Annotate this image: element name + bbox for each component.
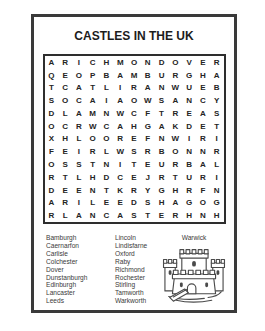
grid-cell[interactable]: O (86, 133, 100, 146)
grid-cell[interactable]: A (141, 82, 155, 95)
grid-cell[interactable]: R (113, 133, 127, 146)
grid-cell[interactable]: K (113, 184, 127, 197)
grid-cell[interactable]: W (141, 94, 155, 107)
grid-cell[interactable]: R (210, 145, 224, 158)
grid-cell[interactable]: D (182, 120, 196, 133)
grid-cell[interactable]: U (155, 158, 169, 171)
grid-cell[interactable]: A (168, 94, 182, 107)
grid-cell[interactable]: E (127, 133, 141, 146)
grid-cell[interactable]: E (196, 56, 210, 69)
grid-cell[interactable]: T (155, 107, 169, 120)
grid-cell[interactable]: A (113, 94, 127, 107)
grid-cell[interactable]: L (100, 82, 114, 95)
grid-cell[interactable]: E (141, 158, 155, 171)
grid-cell[interactable]: I (72, 196, 86, 209)
grid-cell[interactable]: M (86, 107, 100, 120)
grid-cell[interactable]: N (155, 82, 169, 95)
grid-cell[interactable]: C (86, 56, 100, 69)
grid-cell[interactable]: E (155, 209, 169, 222)
grid-cell[interactable]: H (182, 209, 196, 222)
word-list-item: Oxford (115, 250, 160, 258)
grid-cell[interactable]: N (196, 209, 210, 222)
grid-cell[interactable]: O (196, 196, 210, 209)
grid-cell[interactable]: D (45, 107, 59, 120)
grid-cell[interactable]: O (168, 145, 182, 158)
grid-cell[interactable]: O (127, 56, 141, 69)
grid-cell[interactable]: Y (210, 94, 224, 107)
grid-cell[interactable]: T (58, 171, 72, 184)
grid-cell[interactable]: O (168, 56, 182, 69)
grid-cell[interactable]: D (155, 56, 169, 69)
word-list-item: Tamworth (115, 289, 160, 297)
grid-cell[interactable]: A (155, 120, 169, 133)
grid-cell[interactable]: S (45, 94, 59, 107)
grid-cell[interactable]: N (155, 133, 169, 146)
grid-cell[interactable]: R (196, 171, 210, 184)
grid-cell[interactable]: D (100, 171, 114, 184)
grid-cell[interactable]: A (45, 196, 59, 209)
word-list-item: Warkworth (115, 297, 160, 305)
grid-cell[interactable]: N (100, 107, 114, 120)
grid-cell[interactable]: T (100, 184, 114, 197)
grid-cell[interactable]: F (141, 107, 155, 120)
grid-cell[interactable]: I (113, 82, 127, 95)
grid-cell[interactable]: T (127, 158, 141, 171)
grid-cell[interactable]: G (182, 196, 196, 209)
grid-cell[interactable]: A (196, 107, 210, 120)
grid-cell[interactable]: S (210, 107, 224, 120)
grid-cell[interactable]: N (86, 184, 100, 197)
grid-cell[interactable]: G (182, 69, 196, 82)
grid-cell[interactable]: G (141, 120, 155, 133)
puzzle-card: CASTLES IN THE UK ARICHMONDOVERQEOPBAMBU… (31, 14, 237, 313)
grid-cell[interactable]: L (72, 171, 86, 184)
word-list-item: Bamburgh (46, 234, 115, 242)
grid-cell[interactable]: W (113, 107, 127, 120)
grid-cell[interactable]: W (86, 120, 100, 133)
grid-cell[interactable]: A (113, 209, 127, 222)
grid-cell[interactable]: C (196, 94, 210, 107)
grid-cell[interactable]: I (210, 133, 224, 146)
grid-cell[interactable]: R (168, 209, 182, 222)
grid-cell[interactable]: O (127, 94, 141, 107)
word-list-item: Carlisle (46, 250, 115, 258)
grid-cell[interactable]: S (155, 94, 169, 107)
grid-cell[interactable]: R (196, 133, 210, 146)
grid-cell[interactable]: R (155, 171, 169, 184)
word-list-item: Dunstanburgh (46, 274, 115, 282)
grid-cell[interactable]: R (210, 56, 224, 69)
grid-cell[interactable]: R (45, 209, 59, 222)
grid-cell[interactable]: S (58, 158, 72, 171)
grid-cell[interactable]: W (113, 145, 127, 158)
grid-cell[interactable]: S (72, 158, 86, 171)
grid-cell[interactable]: R (86, 145, 100, 158)
castle-illustration (160, 244, 228, 304)
grid-cell[interactable]: U (155, 69, 169, 82)
grid-cell[interactable]: B (155, 145, 169, 158)
grid-cell[interactable]: N (100, 158, 114, 171)
word-list-col2: LincolnLindisfarneOxfordRabyRichmondRoch… (115, 234, 160, 305)
grid-cell[interactable]: C (58, 82, 72, 95)
grid-cell[interactable]: K (168, 120, 182, 133)
grid-cell[interactable]: O (100, 133, 114, 146)
grid-cell[interactable]: H (100, 56, 114, 69)
word-search-grid: ARICHMONDOVERQEOPBAMBURGHATCATLIRANWUEBS… (45, 56, 224, 222)
grid-cell[interactable]: B (141, 69, 155, 82)
grid-cell[interactable]: E (72, 184, 86, 197)
grid-cell[interactable]: I (113, 158, 127, 171)
grid-cell[interactable]: R (168, 158, 182, 171)
grid-cell[interactable]: M (127, 69, 141, 82)
grid-frame: ARICHMONDOVERQEOPBAMBURGHATCATLIRANWUEBS… (43, 54, 226, 224)
grid-cell[interactable]: R (58, 56, 72, 69)
word-list-item: Stirling (115, 281, 160, 289)
grid-cell[interactable]: D (45, 184, 59, 197)
grid-cell[interactable]: N (141, 56, 155, 69)
word-list-item: Lincoln (115, 234, 160, 242)
grid-cell[interactable]: I (182, 133, 196, 146)
word-list-item: Caernarfon (46, 242, 115, 250)
grid-cell[interactable]: C (113, 171, 127, 184)
grid-cell[interactable]: S (127, 209, 141, 222)
grid-cell[interactable]: J (141, 171, 155, 184)
word-list-item: Lindisfarne (115, 242, 160, 250)
grid-cell[interactable]: E (58, 184, 72, 197)
grid-cell[interactable]: I (72, 145, 86, 158)
grid-cell[interactable]: W (168, 133, 182, 146)
grid-cell[interactable]: W (168, 82, 182, 95)
grid-cell[interactable]: A (72, 209, 86, 222)
grid-cell[interactable]: B (182, 158, 196, 171)
grid-cell[interactable]: F (45, 145, 59, 158)
grid-cell[interactable]: L (210, 158, 224, 171)
grid-cell[interactable]: B (210, 82, 224, 95)
grid-cell[interactable]: O (45, 120, 59, 133)
grid-cell[interactable]: L (58, 209, 72, 222)
grid-cell[interactable]: C (127, 107, 141, 120)
grid-cell[interactable]: N (210, 184, 224, 197)
grid-cell[interactable]: S (141, 196, 155, 209)
word-list-item: Richmond (115, 266, 160, 274)
word-list-item: Colchester (46, 258, 115, 266)
grid-cell[interactable]: U (182, 171, 196, 184)
grid-cell[interactable]: A (45, 56, 59, 69)
grid-cell[interactable]: R (127, 184, 141, 197)
grid-cell[interactable]: L (72, 133, 86, 146)
word-list-item: Rochester (115, 274, 160, 282)
grid-cell[interactable]: P (86, 69, 100, 82)
grid-cell[interactable]: H (196, 69, 210, 82)
grid-cell[interactable]: X (45, 133, 59, 146)
grid-cell[interactable]: E (127, 171, 141, 184)
grid-cell[interactable]: T (45, 82, 59, 95)
grid-cell[interactable]: E (58, 69, 72, 82)
grid-cell[interactable]: A (86, 94, 100, 107)
grid-cell[interactable]: H (210, 209, 224, 222)
word-list-item: Raby (115, 258, 160, 266)
grid-cell[interactable]: N (182, 94, 196, 107)
grid-cell[interactable]: C (100, 120, 114, 133)
grid-cell[interactable]: N (196, 145, 210, 158)
grid-cell[interactable]: T (86, 82, 100, 95)
word-list-item: Edinburgh (46, 281, 115, 289)
word-list-item: Dover (46, 266, 115, 274)
grid-cell[interactable]: N (86, 209, 100, 222)
grid-cell[interactable]: R (58, 196, 72, 209)
grid-cell[interactable]: A (113, 120, 127, 133)
grid-cell[interactable]: L (100, 145, 114, 158)
grid-cell[interactable]: I (100, 94, 114, 107)
grid-cell[interactable]: C (100, 209, 114, 222)
grid-cell[interactable]: V (182, 56, 196, 69)
grid-cell[interactable]: L (86, 196, 100, 209)
grid-cell[interactable]: E (196, 82, 210, 95)
grid-cell[interactable]: D (127, 196, 141, 209)
grid-cell[interactable]: M (113, 56, 127, 69)
word-list-col1: BamburghCaernarfonCarlisleColchesterDove… (46, 234, 115, 305)
grid-cell[interactable]: T (86, 158, 100, 171)
grid-cell[interactable]: H (155, 196, 169, 209)
word-list: BamburghCaernarfonCarlisleColchesterDove… (46, 234, 234, 305)
grid-cell[interactable]: H (168, 184, 182, 197)
grid-cell[interactable]: A (210, 69, 224, 82)
grid-cell[interactable]: R (182, 184, 196, 197)
grid-cell[interactable]: B (100, 69, 114, 82)
grid-cell[interactable]: H (58, 133, 72, 146)
word-list-item-warwick: Warwick (182, 234, 207, 242)
word-list-item: Lancaster (46, 289, 115, 297)
grid-cell[interactable]: T (210, 120, 224, 133)
grid-cell[interactable]: A (72, 82, 86, 95)
grid-cell[interactable]: I (72, 56, 86, 69)
grid-cell[interactable]: E (113, 196, 127, 209)
grid-cell[interactable]: C (58, 120, 72, 133)
grid-cell[interactable]: N (182, 145, 196, 158)
grid-cell[interactable]: R (45, 171, 59, 184)
grid-cell[interactable]: C (72, 94, 86, 107)
puzzle-title: CASTLES IN THE UK (34, 29, 234, 43)
grid-cell[interactable]: O (45, 158, 59, 171)
grid-cell[interactable]: E (196, 120, 210, 133)
grid-cell[interactable]: U (182, 82, 196, 95)
grid-cell[interactable]: O (58, 94, 72, 107)
grid-cell[interactable]: F (196, 184, 210, 197)
grid-cell[interactable]: G (155, 184, 169, 197)
grid-cell[interactable]: R (141, 145, 155, 158)
grid-cell[interactable]: O (72, 69, 86, 82)
grid-cell[interactable]: A (196, 158, 210, 171)
grid-cell[interactable]: Y (141, 184, 155, 197)
grid-cell[interactable]: T (168, 171, 182, 184)
grid-cell[interactable]: R (168, 69, 182, 82)
grid-cell[interactable]: H (127, 120, 141, 133)
illustration-block: Warwick (160, 234, 234, 305)
grid-cell[interactable]: R (72, 120, 86, 133)
grid-cell[interactable]: A (72, 107, 86, 120)
grid-cell[interactable]: T (141, 209, 155, 222)
grid-cell[interactable]: F (141, 133, 155, 146)
grid-cell[interactable]: A (113, 69, 127, 82)
grid-cell[interactable]: G (210, 196, 224, 209)
grid-cell[interactable]: E (100, 196, 114, 209)
grid-cell[interactable]: H (86, 171, 100, 184)
grid-cell[interactable]: L (58, 107, 72, 120)
grid-cell[interactable]: Q (45, 69, 59, 82)
grid-cell[interactable]: R (168, 107, 182, 120)
grid-cell[interactable]: A (168, 196, 182, 209)
word-list-item: Leeds (46, 297, 115, 305)
grid-cell[interactable]: E (58, 145, 72, 158)
grid-cell[interactable]: I (210, 171, 224, 184)
grid-cell[interactable]: E (182, 107, 196, 120)
grid-cell[interactable]: R (127, 82, 141, 95)
worksheet-page: CASTLES IN THE UK ARICHMONDOVERQEOPBAMBU… (0, 0, 265, 331)
grid-cell[interactable]: S (127, 145, 141, 158)
